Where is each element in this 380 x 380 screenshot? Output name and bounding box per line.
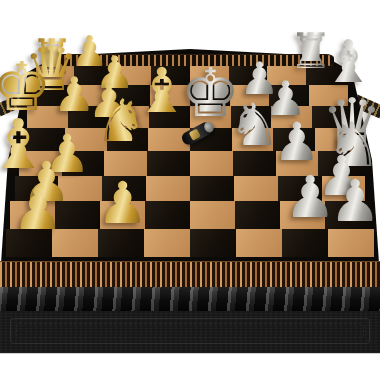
piece-silver-pawn-h2[interactable]: ♟ [329,173,380,231]
fallen-piece-crest [189,129,201,141]
piece-gold-knight-c5[interactable]: ♞ [95,92,148,151]
piece-silver-pawn-g4[interactable]: ♟ [273,116,320,169]
piece-gold-pawn-a2[interactable]: ♟ [12,181,64,239]
chess-set-photo: ♜♟♛♟♚♟♟♝♞♝♟♟♟♟♜♝♟♚♟♞♛♟♞♟♟♟ [0,0,380,380]
pieces-layer: ♜♟♛♟♚♟♟♝♞♝♟♟♟♟♜♝♟♚♟♞♛♟♞♟♟♟ [0,0,380,380]
piece-gold-pawn-c2[interactable]: ♟ [97,175,149,233]
